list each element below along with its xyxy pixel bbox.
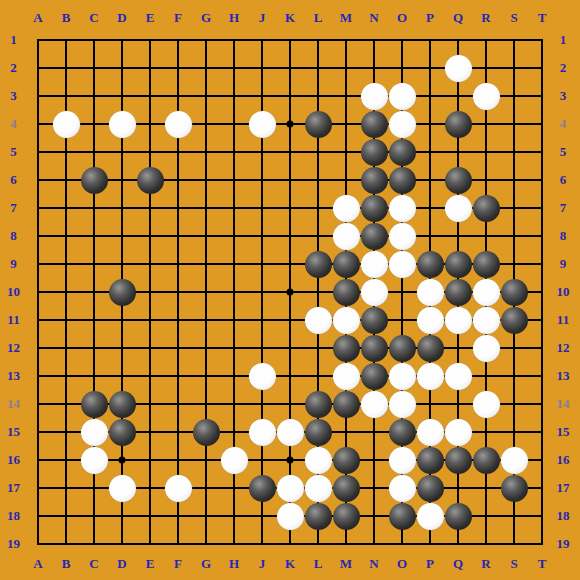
white-stone [445,363,472,390]
black-stone [417,251,444,278]
black-stone [81,391,108,418]
black-stone [137,167,164,194]
black-stone [361,363,388,390]
black-stone [445,279,472,306]
white-stone [249,363,276,390]
black-stone [473,447,500,474]
white-stone [109,111,136,138]
black-stone [305,251,332,278]
white-stone [389,447,416,474]
white-stone [81,419,108,446]
black-stone [109,279,136,306]
white-stone [333,195,360,222]
black-stone [389,419,416,446]
row-label-15: 15 [0,418,27,446]
black-stone [473,251,500,278]
row-label-17: 17 [0,474,27,502]
white-stone [417,503,444,530]
row-label-11: 11 [0,306,27,334]
white-stone [389,251,416,278]
black-stone [445,167,472,194]
row-labels-left: 12345678910111213141516171819 [0,26,27,558]
white-stone [333,307,360,334]
white-stone [165,475,192,502]
white-stone [249,111,276,138]
white-stone [389,475,416,502]
white-stone [277,503,304,530]
row-label-7: 7 [0,194,27,222]
black-stone [109,391,136,418]
black-stone [501,475,528,502]
black-stone [361,195,388,222]
black-stone [81,167,108,194]
white-stone [305,307,332,334]
black-stone [333,251,360,278]
white-stone [417,279,444,306]
white-stone [417,363,444,390]
row-label-18: 18 [0,502,27,530]
go-board-screen: ABCDEFGHJKLMNOPQRST ABCDEFGHJKLMNOPQRST … [0,0,580,580]
row-label-14: 14 [0,390,27,418]
black-stone [445,447,472,474]
row-label-10: 10 [0,278,27,306]
black-stone [333,335,360,362]
white-stone [445,307,472,334]
white-stone [445,419,472,446]
white-stone [361,83,388,110]
white-stone [305,447,332,474]
white-stone [445,195,472,222]
white-stone [53,111,80,138]
white-stone [333,363,360,390]
black-stone [445,503,472,530]
white-stone [333,223,360,250]
white-stone [473,279,500,306]
black-stone [445,111,472,138]
black-stone [333,279,360,306]
go-board[interactable] [24,26,556,558]
black-stone [305,419,332,446]
row-label-8: 8 [0,222,27,250]
white-stone [389,111,416,138]
white-stone [417,419,444,446]
white-stone [389,195,416,222]
row-label-19: 19 [0,530,27,558]
white-stone [277,419,304,446]
black-stone [501,279,528,306]
white-stone [249,419,276,446]
black-stone [501,307,528,334]
row-label-4: 4 [0,110,27,138]
stones-layer [24,26,556,558]
row-label-6: 6 [0,166,27,194]
white-stone [389,363,416,390]
black-stone [361,335,388,362]
row-label-1: 1 [0,26,27,54]
black-stone [305,391,332,418]
black-stone [445,251,472,278]
white-stone [81,447,108,474]
black-stone [389,503,416,530]
black-stone [361,167,388,194]
white-stone [361,251,388,278]
row-label-3: 3 [0,82,27,110]
black-stone [417,447,444,474]
black-stone [333,391,360,418]
black-stone [389,167,416,194]
black-stone [305,111,332,138]
white-stone [361,279,388,306]
black-stone [361,139,388,166]
black-stone [389,139,416,166]
white-stone [277,475,304,502]
white-stone [417,307,444,334]
white-stone [389,223,416,250]
black-stone [417,335,444,362]
white-stone [389,391,416,418]
row-label-2: 2 [0,54,27,82]
black-stone [361,223,388,250]
white-stone [305,475,332,502]
black-stone [417,475,444,502]
white-stone [473,391,500,418]
black-stone [333,503,360,530]
black-stone [361,307,388,334]
black-stone [389,335,416,362]
black-stone [361,111,388,138]
white-stone [109,475,136,502]
white-stone [473,335,500,362]
white-stone [501,447,528,474]
black-stone [473,195,500,222]
white-stone [445,55,472,82]
black-stone [333,475,360,502]
white-stone [473,307,500,334]
white-stone [473,83,500,110]
white-stone [165,111,192,138]
row-label-9: 9 [0,250,27,278]
black-stone [109,419,136,446]
row-label-12: 12 [0,334,27,362]
row-label-13: 13 [0,362,27,390]
black-stone [249,475,276,502]
row-label-16: 16 [0,446,27,474]
white-stone [221,447,248,474]
black-stone [193,419,220,446]
white-stone [389,83,416,110]
black-stone [305,503,332,530]
white-stone [361,391,388,418]
black-stone [333,447,360,474]
row-label-5: 5 [0,138,27,166]
